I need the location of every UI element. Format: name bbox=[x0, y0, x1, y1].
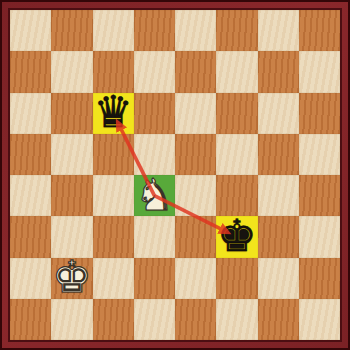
board-inner-frame: ♛♞♚♚ bbox=[8, 8, 342, 342]
square-a4[interactable] bbox=[10, 175, 51, 216]
square-f1[interactable] bbox=[216, 299, 257, 340]
square-h5[interactable] bbox=[299, 134, 340, 175]
chess-board: ♛♞♚♚ bbox=[10, 10, 340, 340]
square-a8[interactable] bbox=[10, 10, 51, 51]
square-h2[interactable] bbox=[299, 258, 340, 299]
square-g8[interactable] bbox=[258, 10, 299, 51]
square-a3[interactable] bbox=[10, 216, 51, 257]
square-g2[interactable] bbox=[258, 258, 299, 299]
square-d3[interactable] bbox=[134, 216, 175, 257]
square-d8[interactable] bbox=[134, 10, 175, 51]
square-g6[interactable] bbox=[258, 93, 299, 134]
square-c5[interactable] bbox=[93, 134, 134, 175]
square-f2[interactable] bbox=[216, 258, 257, 299]
square-e2[interactable] bbox=[175, 258, 216, 299]
square-f3[interactable]: ♚ bbox=[216, 216, 257, 257]
square-c1[interactable] bbox=[93, 299, 134, 340]
square-h4[interactable] bbox=[299, 175, 340, 216]
square-a1[interactable] bbox=[10, 299, 51, 340]
square-e4[interactable] bbox=[175, 175, 216, 216]
square-b7[interactable] bbox=[51, 51, 92, 92]
board-frame: ♛♞♚♚ bbox=[0, 0, 350, 350]
square-h3[interactable] bbox=[299, 216, 340, 257]
square-f5[interactable] bbox=[216, 134, 257, 175]
square-a2[interactable] bbox=[10, 258, 51, 299]
square-d4[interactable]: ♞ bbox=[134, 175, 175, 216]
square-a7[interactable] bbox=[10, 51, 51, 92]
piece-white-king[interactable]: ♚ bbox=[51, 257, 92, 298]
square-e7[interactable] bbox=[175, 51, 216, 92]
square-g5[interactable] bbox=[258, 134, 299, 175]
square-b5[interactable] bbox=[51, 134, 92, 175]
square-h1[interactable] bbox=[299, 299, 340, 340]
square-b8[interactable] bbox=[51, 10, 92, 51]
square-c3[interactable] bbox=[93, 216, 134, 257]
piece-black-king[interactable]: ♚ bbox=[216, 215, 257, 256]
square-d1[interactable] bbox=[134, 299, 175, 340]
square-d6[interactable] bbox=[134, 93, 175, 134]
square-g1[interactable] bbox=[258, 299, 299, 340]
square-f7[interactable] bbox=[216, 51, 257, 92]
piece-white-knight[interactable]: ♞ bbox=[134, 174, 175, 215]
square-c2[interactable] bbox=[93, 258, 134, 299]
square-c4[interactable] bbox=[93, 175, 134, 216]
square-f8[interactable] bbox=[216, 10, 257, 51]
square-c8[interactable] bbox=[93, 10, 134, 51]
square-g4[interactable] bbox=[258, 175, 299, 216]
square-e8[interactable] bbox=[175, 10, 216, 51]
square-a5[interactable] bbox=[10, 134, 51, 175]
square-g3[interactable] bbox=[258, 216, 299, 257]
square-e6[interactable] bbox=[175, 93, 216, 134]
square-h6[interactable] bbox=[299, 93, 340, 134]
square-b6[interactable] bbox=[51, 93, 92, 134]
square-b4[interactable] bbox=[51, 175, 92, 216]
square-e5[interactable] bbox=[175, 134, 216, 175]
square-g7[interactable] bbox=[258, 51, 299, 92]
square-d7[interactable] bbox=[134, 51, 175, 92]
square-c6[interactable]: ♛ bbox=[93, 93, 134, 134]
square-h7[interactable] bbox=[299, 51, 340, 92]
square-b2[interactable]: ♚ bbox=[51, 258, 92, 299]
square-e3[interactable] bbox=[175, 216, 216, 257]
square-f6[interactable] bbox=[216, 93, 257, 134]
square-b1[interactable] bbox=[51, 299, 92, 340]
square-h8[interactable] bbox=[299, 10, 340, 51]
square-d2[interactable] bbox=[134, 258, 175, 299]
square-e1[interactable] bbox=[175, 299, 216, 340]
piece-black-queen[interactable]: ♛ bbox=[93, 92, 134, 133]
square-a6[interactable] bbox=[10, 93, 51, 134]
